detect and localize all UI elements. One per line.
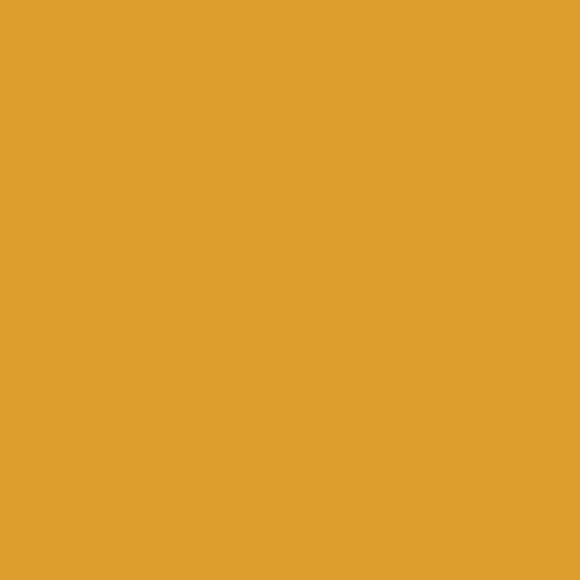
go-board-grid xyxy=(24,24,556,556)
go-board-canvas xyxy=(0,0,580,580)
